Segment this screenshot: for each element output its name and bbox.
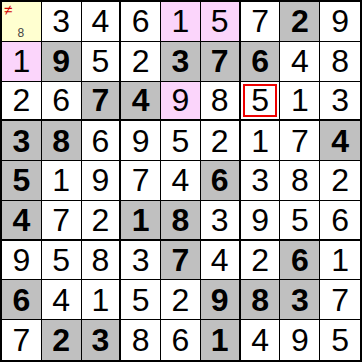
cell-r5c4[interactable]: 7 <box>121 161 161 201</box>
cell-r9c3[interactable]: 3 <box>82 320 122 360</box>
cell-r7c8[interactable]: 6 <box>280 241 320 281</box>
cell-r1c6[interactable]: 5 <box>201 2 241 42</box>
given-digit: 6 <box>211 164 229 196</box>
given-digit: 7 <box>211 45 229 77</box>
cell-r8c6[interactable]: 9 <box>201 280 241 320</box>
given-digit: 7 <box>172 244 190 276</box>
solved-digit: 7 <box>291 125 309 157</box>
cell-r5c3[interactable]: 9 <box>82 161 122 201</box>
cell-r9c8[interactable]: 9 <box>280 320 320 360</box>
given-digit: 6 <box>251 45 269 77</box>
solved-digit: 5 <box>211 5 229 37</box>
cell-r4c4[interactable]: 9 <box>121 121 161 161</box>
cell-r3c9[interactable]: 3 <box>320 82 360 122</box>
cell-r1c8[interactable]: 2 <box>280 2 320 42</box>
given-digit: 5 <box>12 164 30 196</box>
solved-digit: 7 <box>52 204 70 236</box>
cell-r8c3[interactable]: 1 <box>82 280 122 320</box>
given-digit: 4 <box>331 125 349 157</box>
cell-r5c1[interactable]: 5 <box>2 161 42 201</box>
solved-digit: 9 <box>291 324 309 356</box>
cell-r8c4[interactable]: 5 <box>121 280 161 320</box>
cell-r1c9[interactable]: 9 <box>320 2 360 42</box>
solved-digit: 2 <box>251 244 269 276</box>
given-digit: 7 <box>92 84 110 116</box>
given-digit: 1 <box>211 324 229 356</box>
cell-r8c7[interactable]: 8 <box>241 280 281 320</box>
cell-r5c7[interactable]: 3 <box>241 161 281 201</box>
not-equal-mark: ≠ <box>4 2 12 17</box>
cell-r6c8[interactable]: 5 <box>280 201 320 241</box>
solved-digit: 3 <box>52 5 70 37</box>
cell-r2c5[interactable]: 3 <box>161 42 201 82</box>
solved-digit: 6 <box>331 204 349 236</box>
cell-r9c2[interactable]: 2 <box>42 320 82 360</box>
cell-r6c1[interactable]: 4 <box>2 201 42 241</box>
cell-r8c2[interactable]: 4 <box>42 280 82 320</box>
given-digit: 6 <box>291 244 309 276</box>
solved-digit: 4 <box>52 284 70 316</box>
cell-r2c4[interactable]: 2 <box>121 42 161 82</box>
solved-digit: 8 <box>211 84 229 116</box>
cell-r1c4[interactable]: 6 <box>121 2 161 42</box>
sudoku-board: ≠834615729195237648267498513386952174519… <box>0 0 362 362</box>
solved-digit: 1 <box>291 84 309 116</box>
solved-digit: 5 <box>251 84 269 116</box>
given-digit: 3 <box>92 324 110 356</box>
solved-digit: 6 <box>132 5 150 37</box>
solved-digit: 7 <box>12 324 30 356</box>
solved-digit: 1 <box>12 45 30 77</box>
solved-digit: 7 <box>132 164 150 196</box>
cell-r9c9[interactable]: 5 <box>320 320 360 360</box>
cell-r8c8[interactable]: 3 <box>280 280 320 320</box>
solved-digit: 8 <box>132 324 150 356</box>
cell-r3c3[interactable]: 7 <box>82 82 122 122</box>
solved-digit: 1 <box>172 5 190 37</box>
given-digit: 8 <box>52 125 70 157</box>
cell-r9c1[interactable]: 7 <box>2 320 42 360</box>
cell-r7c9[interactable]: 1 <box>320 241 360 281</box>
cell-r1c1[interactable]: ≠8 <box>2 2 42 42</box>
cell-r3c5[interactable]: 9 <box>161 82 201 122</box>
solved-digit: 1 <box>52 164 70 196</box>
solved-digit: 9 <box>172 84 190 116</box>
solved-digit: 2 <box>92 204 110 236</box>
cell-r2c3[interactable]: 5 <box>82 42 122 82</box>
cell-r4c7[interactable]: 1 <box>241 121 281 161</box>
solved-digit: 4 <box>172 164 190 196</box>
cell-r4c5[interactable]: 5 <box>161 121 201 161</box>
cell-r1c2[interactable]: 3 <box>42 2 82 42</box>
cell-r4c1[interactable]: 3 <box>2 121 42 161</box>
cell-r5c8[interactable]: 8 <box>280 161 320 201</box>
solved-digit: 1 <box>92 284 110 316</box>
solved-digit: 1 <box>331 244 349 276</box>
cell-r9c4[interactable]: 8 <box>121 320 161 360</box>
solved-digit: 9 <box>132 125 150 157</box>
cell-r6c6[interactable]: 3 <box>201 201 241 241</box>
solved-digit: 4 <box>291 45 309 77</box>
solved-digit: 2 <box>211 125 229 157</box>
solved-digit: 4 <box>251 324 269 356</box>
solved-digit: 2 <box>331 164 349 196</box>
cell-r6c3[interactable]: 2 <box>82 201 122 241</box>
cell-r9c7[interactable]: 4 <box>241 320 281 360</box>
given-digit: 3 <box>291 284 309 316</box>
given-digit: 9 <box>52 45 70 77</box>
cell-r6c5[interactable]: 8 <box>161 201 201 241</box>
cell-r1c5[interactable]: 1 <box>161 2 201 42</box>
solved-digit: 5 <box>172 125 190 157</box>
cell-r4c2[interactable]: 8 <box>42 121 82 161</box>
cell-r1c3[interactable]: 4 <box>82 2 122 42</box>
given-digit: 9 <box>211 284 229 316</box>
solved-digit: 9 <box>251 204 269 236</box>
given-digit: 2 <box>52 324 70 356</box>
pencil-candidate-8: 8 <box>17 27 24 39</box>
cell-r9c5[interactable]: 6 <box>161 320 201 360</box>
solved-digit: 5 <box>291 204 309 236</box>
given-digit: 3 <box>12 125 30 157</box>
solved-digit: 9 <box>331 5 349 37</box>
cell-r2c8[interactable]: 4 <box>280 42 320 82</box>
solved-digit: 2 <box>12 84 30 116</box>
cell-r6c4[interactable]: 1 <box>121 201 161 241</box>
given-digit: 3 <box>172 45 190 77</box>
solved-digit: 3 <box>251 164 269 196</box>
solved-digit: 6 <box>172 324 190 356</box>
cell-r9c6[interactable]: 1 <box>201 320 241 360</box>
cell-r2c7[interactable]: 6 <box>241 42 281 82</box>
solved-digit: 2 <box>132 45 150 77</box>
cell-r2c1[interactable]: 1 <box>2 42 42 82</box>
cell-r7c6[interactable]: 4 <box>201 241 241 281</box>
cell-r3c4[interactable]: 4 <box>121 82 161 122</box>
solved-digit: 4 <box>211 244 229 276</box>
cell-r2c2[interactable]: 9 <box>42 42 82 82</box>
cell-r4c9[interactable]: 4 <box>320 121 360 161</box>
solved-digit: 8 <box>92 244 110 276</box>
solved-digit: 2 <box>172 284 190 316</box>
given-digit: 8 <box>172 204 190 236</box>
solved-digit: 4 <box>92 5 110 37</box>
solved-digit: 5 <box>52 244 70 276</box>
cell-r3c6[interactable]: 8 <box>201 82 241 122</box>
cell-r7c5[interactable]: 7 <box>161 241 201 281</box>
cell-r8c5[interactable]: 2 <box>161 280 201 320</box>
cell-r1c7[interactable]: 7 <box>241 2 281 42</box>
given-digit: 4 <box>12 204 30 236</box>
given-digit: 1 <box>132 204 150 236</box>
cell-r3c2[interactable]: 6 <box>42 82 82 122</box>
solved-digit: 5 <box>92 45 110 77</box>
cell-r2c6[interactable]: 7 <box>201 42 241 82</box>
solved-digit: 8 <box>291 164 309 196</box>
solved-digit: 6 <box>52 84 70 116</box>
solved-digit: 6 <box>92 125 110 157</box>
cell-r8c1[interactable]: 6 <box>2 280 42 320</box>
cell-r3c8[interactable]: 1 <box>280 82 320 122</box>
given-digit: 8 <box>251 284 269 316</box>
solved-digit: 3 <box>211 204 229 236</box>
cell-r5c2[interactable]: 1 <box>42 161 82 201</box>
cell-r4c8[interactable]: 7 <box>280 121 320 161</box>
solved-digit: 3 <box>132 244 150 276</box>
given-digit: 6 <box>12 284 30 316</box>
cell-r6c9[interactable]: 6 <box>320 201 360 241</box>
solved-digit: 3 <box>331 84 349 116</box>
solved-digit: 7 <box>251 5 269 37</box>
solved-digit: 7 <box>331 284 349 316</box>
cell-r5c5[interactable]: 4 <box>161 161 201 201</box>
cell-r7c2[interactable]: 5 <box>42 241 82 281</box>
solved-digit: 5 <box>132 284 150 316</box>
cell-r8c9[interactable]: 7 <box>320 280 360 320</box>
given-digit: 4 <box>132 84 150 116</box>
cell-r7c7[interactable]: 2 <box>241 241 281 281</box>
cell-r2c9[interactable]: 8 <box>320 42 360 82</box>
given-digit: 2 <box>291 5 309 37</box>
cell-r5c9[interactable]: 2 <box>320 161 360 201</box>
cell-r5c6[interactable]: 6 <box>201 161 241 201</box>
solved-digit: 9 <box>12 244 30 276</box>
cell-r3c1[interactable]: 2 <box>2 82 42 122</box>
cell-r4c3[interactable]: 6 <box>82 121 122 161</box>
cell-r7c3[interactable]: 8 <box>82 241 122 281</box>
cell-r4c6[interactable]: 2 <box>201 121 241 161</box>
cell-r7c1[interactable]: 9 <box>2 241 42 281</box>
solved-digit: 5 <box>331 324 349 356</box>
solved-digit: 1 <box>251 125 269 157</box>
cell-r7c4[interactable]: 3 <box>121 241 161 281</box>
solved-digit: 8 <box>331 45 349 77</box>
cell-r6c7[interactable]: 9 <box>241 201 281 241</box>
cell-r6c2[interactable]: 7 <box>42 201 82 241</box>
cell-r3c7[interactable]: 5 <box>241 82 281 122</box>
solved-digit: 9 <box>92 164 110 196</box>
